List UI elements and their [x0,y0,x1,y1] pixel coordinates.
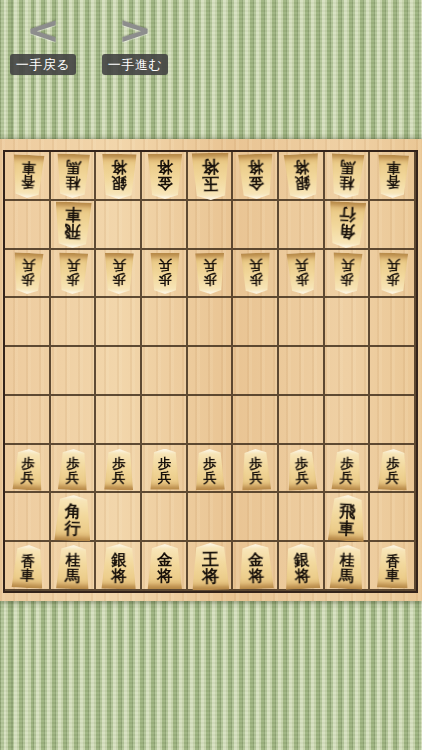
board-cell [325,298,371,347]
piece-kanji: 兵 [112,258,126,272]
board-cell: 歩兵 [370,445,416,494]
piece-kanji: 金 [157,175,173,191]
piece-kanji: 兵 [295,470,309,485]
piece-gote-silver: 銀将 [282,153,322,200]
piece-kanji: 車 [338,519,355,537]
piece-gote-knight: 桂馬 [328,153,366,199]
board-cell: 桂馬 [51,542,97,591]
piece-sente-pawn: 歩兵 [330,448,364,491]
piece-gote-pawn: 歩兵 [330,253,364,296]
board-cell [279,201,325,250]
board-cell [370,396,416,445]
piece-kanji: 兵 [112,470,126,484]
board-cell: 玉将 [188,152,234,201]
piece-gote-gold: 金将 [236,153,276,199]
piece-kanji: 角 [338,223,355,241]
board-cell [370,298,416,347]
board-cell: 歩兵 [325,445,371,494]
piece-sente-rook: 飛車 [326,494,368,542]
board-cell [142,396,188,445]
board-cell [233,298,279,347]
piece-kanji: 車 [65,206,82,224]
piece-kanji: 将 [111,568,127,584]
board-cell: 歩兵 [188,445,234,494]
board-cell: 香車 [370,152,416,201]
piece-kanji: 歩 [295,272,309,287]
forward-one-move-button[interactable]: > 一手進む [100,8,170,75]
piece-sente-silver: 銀将 [282,543,322,590]
board-cell [142,347,188,396]
piece-sente-knight: 桂馬 [328,544,366,590]
piece-kanji: 将 [202,157,219,175]
board-cell: 歩兵 [370,250,416,299]
piece-kanji: 玉 [202,175,219,193]
board-cell: 桂馬 [325,542,371,591]
piece-kanji: 兵 [249,470,263,484]
board-cell [96,347,142,396]
board-cell [5,201,51,250]
board-cell [279,347,325,396]
piece-gote-knight: 桂馬 [55,154,93,199]
board-cell: 香車 [5,152,51,201]
chevron-right-icon[interactable]: > [118,9,152,53]
board-cell [51,396,97,445]
board-cell [188,298,234,347]
board-cell: 銀将 [279,542,325,591]
board-cell: 歩兵 [51,250,97,299]
piece-kanji: 車 [386,160,400,175]
piece-gote-pawn: 歩兵 [239,253,272,295]
board-cell [5,347,51,396]
board-cell: 歩兵 [51,445,97,494]
piece-kanji: 兵 [21,258,35,273]
board-cell: 金将 [142,542,188,591]
board-cell: 王将 [188,542,234,591]
board-cell: 銀将 [279,152,325,201]
piece-kanji: 歩 [158,272,172,286]
board-cell: 飛車 [51,201,97,250]
piece-kanji: 歩 [112,272,126,286]
board-cell [370,347,416,396]
piece-kanji: 車 [20,568,35,583]
piece-kanji: 将 [157,568,173,584]
board-cell: 飛車 [325,493,371,542]
piece-sente-pawn: 歩兵 [11,448,45,491]
piece-sente-king: 王将 [190,543,232,591]
board-cell [96,201,142,250]
piece-kanji: 将 [202,568,219,586]
board-cell: 香車 [370,542,416,591]
piece-sente-pawn: 歩兵 [57,448,90,490]
piece-kanji: 歩 [249,272,263,286]
piece-kanji: 将 [157,159,173,175]
piece-gote-king: 玉将 [190,153,232,201]
board-cell: 歩兵 [5,445,51,494]
board-cell [51,347,97,396]
board-cell [5,298,51,347]
piece-kanji: 兵 [340,470,354,485]
board-cell [233,201,279,250]
piece-gote-pawn: 歩兵 [57,253,90,295]
piece-gote-pawn: 歩兵 [149,253,181,294]
board-cell [370,493,416,542]
piece-gote-lance: 香車 [10,154,46,199]
board-cell [279,493,325,542]
piece-sente-gold: 金将 [146,544,184,589]
piece-sente-pawn: 歩兵 [285,448,319,491]
piece-kanji: 香 [386,175,400,190]
board-cell: 歩兵 [142,445,188,494]
board-cell [96,396,142,445]
piece-sente-pawn: 歩兵 [239,448,272,490]
piece-kanji: 銀 [111,175,127,191]
board-cell [370,201,416,250]
board-cell [142,201,188,250]
piece-gote-pawn: 歩兵 [194,253,227,295]
piece-kanji: 馬 [340,159,356,175]
board-cell: 銀将 [96,152,142,201]
board-cell: 歩兵 [96,445,142,494]
piece-gote-pawn: 歩兵 [11,253,45,296]
board-cell: 歩兵 [279,250,325,299]
piece-gote-gold: 金将 [146,154,184,199]
board-cell [188,347,234,396]
piece-kanji: 兵 [294,258,308,273]
board-cell [233,347,279,396]
board-grid: 香車桂馬銀将金将玉将金将銀将桂馬香車飛車角行歩兵歩兵歩兵歩兵歩兵歩兵歩兵歩兵歩兵… [3,150,418,593]
piece-kanji: 将 [294,568,310,585]
piece-gote-silver: 銀将 [100,154,139,200]
piece-kanji: 馬 [65,568,81,584]
piece-kanji: 兵 [341,258,355,273]
piece-kanji: 桂 [66,175,82,191]
piece-kanji: 兵 [203,258,217,272]
board-cell: 歩兵 [325,250,371,299]
piece-kanji: 兵 [386,258,400,272]
piece-kanji: 将 [293,159,309,176]
piece-kanji: 角 [65,502,82,520]
piece-kanji: 歩 [204,272,218,286]
board-cell: 銀将 [96,542,142,591]
board-cell [188,493,234,542]
board-cell [188,201,234,250]
piece-kanji: 飛 [65,223,82,241]
piece-kanji: 兵 [158,471,172,485]
piece-sente-lance: 香車 [10,544,46,589]
piece-kanji: 兵 [158,259,172,273]
board-cell: 桂馬 [325,152,371,201]
board-cell: 歩兵 [96,250,142,299]
piece-kanji: 桂 [339,174,355,190]
board-cell [325,396,371,445]
board-cell [233,396,279,445]
shogi-app-screen: < 一手戻る > 一手進む 香車桂馬銀将金将玉将金将銀将桂馬香車飛車角行歩兵歩兵… [0,0,422,750]
board-cell: 角行 [51,493,97,542]
piece-kanji: 兵 [249,258,263,272]
board-cell [188,396,234,445]
piece-sente-pawn: 歩兵 [194,448,227,490]
piece-kanji: 歩 [386,272,400,286]
back-one-move-button[interactable]: < 一手戻る [10,8,76,75]
board-cell: 歩兵 [142,250,188,299]
board-cell: 金将 [142,152,188,201]
board-cell: 歩兵 [233,250,279,299]
board-cell: 香車 [5,542,51,591]
piece-kanji: 将 [248,159,264,175]
piece-sente-silver: 銀将 [100,544,139,590]
piece-kanji: 兵 [204,470,218,484]
board-cell [96,298,142,347]
board-cell: 歩兵 [188,250,234,299]
piece-kanji: 車 [21,160,36,175]
piece-kanji: 行 [339,206,356,224]
piece-kanji: 馬 [66,159,82,175]
board-cell: 金将 [233,542,279,591]
board-cell: 歩兵 [279,445,325,494]
shogi-board: 香車桂馬銀将金将玉将金将銀将桂馬香車飛車角行歩兵歩兵歩兵歩兵歩兵歩兵歩兵歩兵歩兵… [0,139,422,601]
board-cell [142,298,188,347]
piece-kanji: 兵 [386,470,400,484]
piece-sente-pawn: 歩兵 [149,449,181,490]
piece-gote-pawn: 歩兵 [103,253,136,295]
piece-kanji: 将 [111,159,127,175]
piece-sente-gold: 金将 [236,543,276,589]
piece-kanji: 歩 [66,272,80,286]
piece-kanji: 将 [248,568,264,584]
board-cell [5,493,51,542]
board-cell [96,493,142,542]
piece-sente-bishop: 角行 [53,494,95,541]
piece-sente-lance: 香車 [375,545,410,589]
board-cell [325,347,371,396]
forward-button-label[interactable]: 一手進む [102,54,168,75]
piece-kanji: 馬 [339,568,355,584]
board-cell: 金将 [233,152,279,201]
board-cell [279,396,325,445]
board-cell: 歩兵 [233,445,279,494]
piece-kanji: 兵 [20,470,34,485]
board-cell [142,493,188,542]
piece-kanji: 車 [386,568,400,583]
piece-gote-pawn: 歩兵 [285,253,319,296]
board-cell [51,298,97,347]
piece-kanji: 兵 [66,470,80,484]
piece-sente-knight: 桂馬 [55,544,93,589]
piece-gote-bishop: 角行 [326,201,368,249]
piece-kanji: 行 [65,519,82,537]
board-cell: 桂馬 [51,152,97,201]
back-button-label[interactable]: 一手戻る [10,54,76,75]
board-cell [279,298,325,347]
piece-sente-pawn: 歩兵 [376,448,409,490]
piece-gote-lance: 香車 [375,154,410,198]
piece-gote-pawn: 歩兵 [376,253,409,295]
board-cell: 歩兵 [5,250,51,299]
piece-kanji: 兵 [67,258,81,272]
board-cell: 角行 [325,201,371,250]
piece-kanji: 香 [20,175,35,190]
chevron-left-icon[interactable]: < [26,9,60,53]
board-cell [233,493,279,542]
board-cell [5,396,51,445]
piece-sente-pawn: 歩兵 [103,448,136,490]
piece-gote-rook: 飛車 [53,201,95,248]
piece-kanji: 飛 [339,502,356,520]
